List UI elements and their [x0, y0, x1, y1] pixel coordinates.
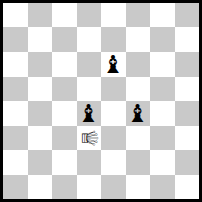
square-e3[interactable]: [101, 126, 126, 150]
square-b5[interactable]: [28, 77, 53, 101]
square-b4[interactable]: [28, 101, 53, 126]
piece-white-queen-rotated-d3: ♕: [78, 128, 100, 148]
square-h6[interactable]: [175, 52, 200, 77]
square-f3[interactable]: [126, 126, 151, 150]
square-h7[interactable]: [175, 27, 200, 51]
square-b3[interactable]: [28, 126, 53, 150]
square-f4[interactable]: ♝: [126, 101, 151, 126]
square-d4[interactable]: ♝: [77, 101, 102, 126]
square-a3[interactable]: [3, 126, 28, 150]
piece-black-bishop-e6: ♝: [102, 52, 124, 77]
square-d2[interactable]: [77, 150, 102, 174]
square-a2[interactable]: [3, 150, 28, 174]
square-f1[interactable]: [126, 175, 151, 199]
square-d1[interactable]: [77, 175, 102, 199]
square-f8[interactable]: [126, 3, 151, 27]
square-d5[interactable]: [77, 77, 102, 101]
chess-board-frame: ♝♝♝♕: [0, 0, 202, 202]
square-f5[interactable]: [126, 77, 151, 101]
square-b6[interactable]: [28, 52, 53, 77]
square-h4[interactable]: [175, 101, 200, 126]
square-h1[interactable]: [175, 175, 200, 199]
square-b1[interactable]: [28, 175, 53, 199]
square-a1[interactable]: [3, 175, 28, 199]
square-e8[interactable]: [101, 3, 126, 27]
square-d7[interactable]: [77, 27, 102, 51]
square-f6[interactable]: [126, 52, 151, 77]
square-c6[interactable]: [52, 52, 77, 77]
square-b8[interactable]: [28, 3, 53, 27]
square-g2[interactable]: [150, 150, 175, 174]
square-h3[interactable]: [175, 126, 200, 150]
square-d8[interactable]: [77, 3, 102, 27]
square-f7[interactable]: [126, 27, 151, 51]
square-c1[interactable]: [52, 175, 77, 199]
square-g1[interactable]: [150, 175, 175, 199]
square-g8[interactable]: [150, 3, 175, 27]
square-c5[interactable]: [52, 77, 77, 101]
square-c8[interactable]: [52, 3, 77, 27]
square-h5[interactable]: [175, 77, 200, 101]
square-b2[interactable]: [28, 150, 53, 174]
square-c2[interactable]: [52, 150, 77, 174]
square-a8[interactable]: [3, 3, 28, 27]
square-a7[interactable]: [3, 27, 28, 51]
square-e2[interactable]: [101, 150, 126, 174]
square-g6[interactable]: [150, 52, 175, 77]
square-c4[interactable]: [52, 101, 77, 126]
chess-board: ♝♝♝♕: [3, 3, 199, 199]
square-g4[interactable]: [150, 101, 175, 126]
square-e6[interactable]: ♝: [101, 52, 126, 77]
square-a6[interactable]: [3, 52, 28, 77]
square-h8[interactable]: [175, 3, 200, 27]
square-a5[interactable]: [3, 77, 28, 101]
square-e7[interactable]: [101, 27, 126, 51]
piece-black-bishop-f4: ♝: [127, 101, 149, 126]
square-c3[interactable]: [52, 126, 77, 150]
square-d3[interactable]: ♕: [77, 126, 102, 150]
square-f2[interactable]: [126, 150, 151, 174]
square-h2[interactable]: [175, 150, 200, 174]
square-g5[interactable]: [150, 77, 175, 101]
square-e1[interactable]: [101, 175, 126, 199]
square-e5[interactable]: [101, 77, 126, 101]
square-d6[interactable]: [77, 52, 102, 77]
square-a4[interactable]: [3, 101, 28, 126]
piece-black-bishop-d4: ♝: [78, 101, 100, 126]
square-g7[interactable]: [150, 27, 175, 51]
square-e4[interactable]: [101, 101, 126, 126]
square-c7[interactable]: [52, 27, 77, 51]
square-b7[interactable]: [28, 27, 53, 51]
square-g3[interactable]: [150, 126, 175, 150]
